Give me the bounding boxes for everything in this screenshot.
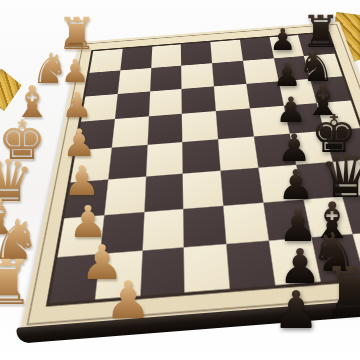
black-pawn: ♟ xyxy=(275,93,306,128)
white-pawn: ♟ xyxy=(61,88,92,123)
black-rook: ♜ xyxy=(321,259,360,325)
black-pawn: ♟ xyxy=(273,284,320,336)
black-pawn: ♟ xyxy=(273,59,302,91)
white-rook: ♜ xyxy=(0,252,34,314)
chess-photo-scene: ♟♜♜♟♟♞♞♟♝♝♟♟♚♟♟♚♟♟♛♛♝♟♝♟♞♞♟♟♜♜♟♟ xyxy=(0,0,360,360)
piece-layer: ♟♜♜♟♟♞♞♟♝♝♟♟♚♟♟♚♟♟♛♛♝♟♝♟♞♞♟♟♜♜♟♟ xyxy=(0,0,360,360)
white-pawn: ♟ xyxy=(105,274,152,326)
black-pawn: ♟ xyxy=(270,25,297,55)
